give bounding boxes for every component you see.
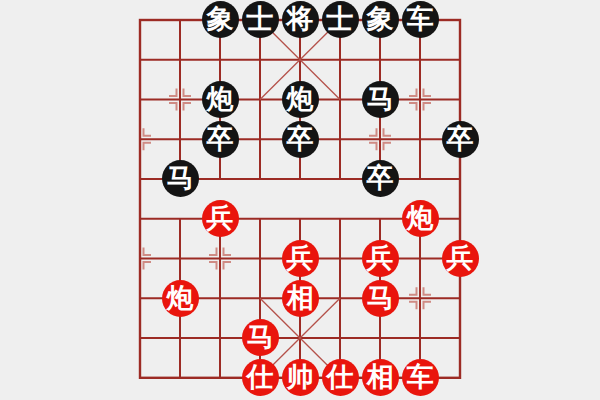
piece-black-soldier[interactable]: 卒 bbox=[442, 121, 479, 158]
piece-red-advisor[interactable]: 仕 bbox=[322, 359, 359, 396]
piece-red-advisor[interactable]: 仕 bbox=[242, 359, 279, 396]
piece-red-horse[interactable]: 马 bbox=[242, 319, 279, 356]
piece-black-soldier[interactable]: 卒 bbox=[362, 160, 399, 197]
piece-black-elephant[interactable]: 象 bbox=[362, 1, 399, 38]
piece-red-chariot[interactable]: 车 bbox=[402, 359, 439, 396]
piece-black-soldier[interactable]: 卒 bbox=[282, 121, 319, 158]
piece-red-soldier[interactable]: 兵 bbox=[282, 240, 319, 277]
piece-black-cannon[interactable]: 炮 bbox=[282, 81, 319, 118]
piece-black-cannon[interactable]: 炮 bbox=[202, 81, 239, 118]
piece-black-general[interactable]: 将 bbox=[282, 1, 319, 38]
piece-black-advisor[interactable]: 士 bbox=[322, 1, 359, 38]
piece-black-soldier[interactable]: 卒 bbox=[202, 121, 239, 158]
piece-black-horse[interactable]: 马 bbox=[162, 160, 199, 197]
piece-red-elephant[interactable]: 相 bbox=[282, 280, 319, 317]
piece-red-soldier[interactable]: 兵 bbox=[362, 240, 399, 277]
xiangqi-app: 象士将士象车炮炮马卒卒卒马卒兵炮兵兵兵炮相马马仕帅仕相车 bbox=[0, 0, 600, 400]
piece-black-chariot[interactable]: 车 bbox=[402, 1, 439, 38]
piece-black-horse[interactable]: 马 bbox=[362, 81, 399, 118]
piece-red-soldier[interactable]: 兵 bbox=[202, 200, 239, 237]
piece-red-horse[interactable]: 马 bbox=[362, 280, 399, 317]
piece-red-soldier[interactable]: 兵 bbox=[442, 240, 479, 277]
piece-red-cannon[interactable]: 炮 bbox=[402, 200, 439, 237]
piece-black-advisor[interactable]: 士 bbox=[242, 1, 279, 38]
piece-red-general[interactable]: 帅 bbox=[282, 359, 319, 396]
piece-red-elephant[interactable]: 相 bbox=[362, 359, 399, 396]
piece-red-cannon[interactable]: 炮 bbox=[162, 280, 199, 317]
xiangqi-piece-layer: 象士将士象车炮炮马卒卒卒马卒兵炮兵兵兵炮相马马仕帅仕相车 bbox=[120, 0, 480, 398]
piece-black-elephant[interactable]: 象 bbox=[202, 1, 239, 38]
